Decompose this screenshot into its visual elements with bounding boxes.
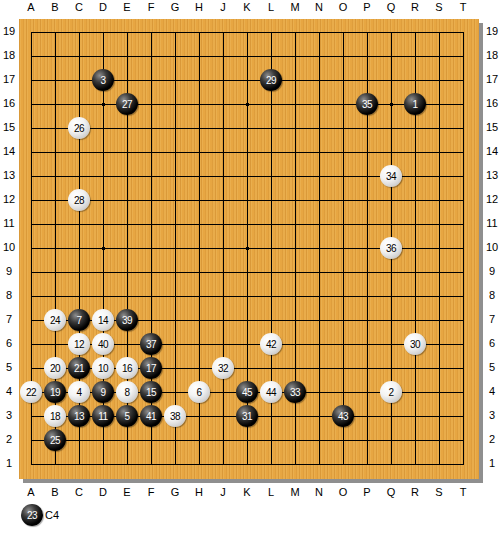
black-stone-3-D17[interactable]: 3 [92,69,114,91]
row-label-right-8: 8 [484,289,500,302]
column-label-bottom-K: K [235,486,259,499]
white-stone-28-C12[interactable]: 28 [68,189,90,211]
stone-move-number: 26 [74,123,84,134]
row-label-left-16: 16 [0,97,18,110]
column-label-top-K: K [235,1,259,14]
stone-move-number: 12 [74,339,84,350]
stone-move-number: 17 [146,363,156,374]
stone-move-number: 2 [388,387,393,398]
stone-move-number: 15 [146,387,156,398]
column-label-bottom-H: H [187,486,211,499]
column-label-top-A: A [19,1,43,14]
column-label-top-O: O [331,1,355,14]
column-label-bottom-Q: Q [379,486,403,499]
column-label-bottom-R: R [403,486,427,499]
black-stone-37-F6[interactable]: 37 [140,333,162,355]
row-label-left-4: 4 [0,385,18,398]
column-label-bottom-L: L [259,486,283,499]
stone-move-number: 20 [50,363,60,374]
column-label-top-T: T [451,1,475,14]
row-label-right-6: 6 [484,337,500,350]
column-label-bottom-D: D [91,486,115,499]
row-label-left-18: 18 [0,49,18,62]
stone-move-number: 36 [386,243,396,254]
row-label-right-12: 12 [484,193,500,206]
stone-move-number: 4 [76,387,81,398]
white-stone-38-G3[interactable]: 38 [164,405,186,427]
column-label-top-Q: Q [379,1,403,14]
white-stone-34-Q13[interactable]: 34 [380,165,402,187]
column-label-bottom-G: G [163,486,187,499]
row-label-left-11: 11 [0,217,18,230]
column-label-bottom-J: J [211,486,235,499]
black-stone-43-O3[interactable]: 43 [332,405,354,427]
row-label-left-1: 1 [0,457,18,470]
stone-move-number: 33 [290,387,300,398]
stone-move-number: 22 [26,387,36,398]
row-label-left-13: 13 [0,169,18,182]
column-label-top-N: N [307,1,331,14]
white-stone-30-R6[interactable]: 30 [404,333,426,355]
row-label-left-8: 8 [0,289,18,302]
stone-move-number: 35 [362,99,372,110]
stone-move-number: 19 [50,387,60,398]
row-label-right-9: 9 [484,265,500,278]
stone-move-number: 14 [98,315,108,326]
column-label-bottom-T: T [451,486,475,499]
caption-stone-number: 23 [27,510,37,521]
stone-move-number: 34 [386,171,396,182]
stone-move-number: 44 [266,387,276,398]
row-label-left-14: 14 [0,145,18,158]
row-label-left-3: 3 [0,409,18,422]
star-point-K16 [246,103,249,106]
white-stone-2-Q4[interactable]: 2 [380,381,402,403]
white-stone-14-D7[interactable]: 14 [92,309,114,331]
row-label-left-19: 19 [0,25,18,38]
row-label-left-12: 12 [0,193,18,206]
stone-move-number: 28 [74,195,84,206]
stone-move-number: 13 [74,411,84,422]
row-label-right-14: 14 [484,145,500,158]
stone-move-number: 8 [124,387,129,398]
black-stone-11-D3[interactable]: 11 [92,405,114,427]
column-label-top-S: S [427,1,451,14]
stone-move-number: 25 [50,435,60,446]
stone-move-number: 32 [218,363,228,374]
row-label-right-13: 13 [484,169,500,182]
black-stone-39-E7[interactable]: 39 [116,309,138,331]
white-stone-10-D5[interactable]: 10 [92,357,114,379]
stone-move-number: 6 [196,387,201,398]
column-label-bottom-P: P [355,486,379,499]
black-stone-25-B2[interactable]: 25 [44,429,66,451]
black-stone-9-D4[interactable]: 9 [92,381,114,403]
column-label-bottom-A: A [19,486,43,499]
star-point-Q16 [390,103,393,106]
black-stone-1-R16[interactable]: 1 [404,93,426,115]
row-label-right-7: 7 [484,313,500,326]
white-stone-4-C4[interactable]: 4 [68,381,90,403]
black-stone-41-F3[interactable]: 41 [140,405,162,427]
black-stone-27-E16[interactable]: 27 [116,93,138,115]
caption-move-coordinate: C4 [45,508,59,522]
row-label-left-9: 9 [0,265,18,278]
black-stone-45-K4[interactable]: 45 [236,381,258,403]
stone-move-number: 30 [410,339,420,350]
column-label-top-B: B [43,1,67,14]
star-point-D10 [102,247,105,250]
black-stone-29-L17[interactable]: 29 [260,69,282,91]
stone-move-number: 11 [98,411,107,422]
row-label-right-16: 16 [484,97,500,110]
column-label-top-M: M [283,1,307,14]
white-stone-36-Q10[interactable]: 36 [380,237,402,259]
black-stone-5-E3[interactable]: 5 [116,405,138,427]
stone-move-number: 18 [50,411,60,422]
row-label-left-5: 5 [0,361,18,374]
black-stone-17-F5[interactable]: 17 [140,357,162,379]
stone-move-number: 40 [98,339,108,350]
column-label-top-R: R [403,1,427,14]
stone-move-number: 31 [242,411,252,422]
column-label-top-G: G [163,1,187,14]
column-label-top-J: J [211,1,235,14]
star-point-D16 [102,103,105,106]
caption-stone-black-23: 23 [21,504,43,526]
white-stone-44-L4[interactable]: 44 [260,381,282,403]
black-stone-15-F4[interactable]: 15 [140,381,162,403]
stone-move-number: 39 [122,315,132,326]
stone-move-number: 10 [98,363,108,374]
white-stone-6-H4[interactable]: 6 [188,381,210,403]
column-label-bottom-O: O [331,486,355,499]
stone-move-number: 42 [266,339,276,350]
go-diagram: 23 C4 AABBCCDDEEFFGGHHJJKKLLMMNNOOPPQQRR… [0,0,500,537]
stone-move-number: 27 [122,99,132,110]
black-stone-21-C5[interactable]: 21 [68,357,90,379]
column-label-top-D: D [91,1,115,14]
stone-move-number: 41 [146,411,156,422]
row-label-left-2: 2 [0,433,18,446]
column-label-top-C: C [67,1,91,14]
white-stone-18-B3[interactable]: 18 [44,405,66,427]
column-label-bottom-M: M [283,486,307,499]
column-label-top-E: E [115,1,139,14]
column-label-bottom-F: F [139,486,163,499]
row-label-right-15: 15 [484,121,500,134]
column-label-bottom-B: B [43,486,67,499]
stone-move-number: 37 [146,339,156,350]
black-stone-19-B4[interactable]: 19 [44,381,66,403]
stone-move-number: 7 [76,315,81,326]
black-stone-7-C7[interactable]: 7 [68,309,90,331]
black-stone-35-P16[interactable]: 35 [356,93,378,115]
row-label-right-19: 19 [484,25,500,38]
stone-move-number: 3 [100,75,105,86]
row-label-right-17: 17 [484,73,500,86]
column-label-bottom-N: N [307,486,331,499]
row-label-right-3: 3 [484,409,500,422]
black-stone-33-M4[interactable]: 33 [284,381,306,403]
row-label-right-5: 5 [484,361,500,374]
white-stone-20-B5[interactable]: 20 [44,357,66,379]
row-label-right-2: 2 [484,433,500,446]
stone-move-number: 5 [124,411,129,422]
row-label-right-10: 10 [484,241,500,254]
row-label-left-6: 6 [0,337,18,350]
row-label-right-11: 11 [484,217,500,230]
white-stone-8-E4[interactable]: 8 [116,381,138,403]
white-stone-16-E5[interactable]: 16 [116,357,138,379]
column-label-top-P: P [355,1,379,14]
row-label-left-10: 10 [0,241,18,254]
white-stone-24-B7[interactable]: 24 [44,309,66,331]
row-label-left-17: 17 [0,73,18,86]
stone-move-number: 29 [266,75,276,86]
row-label-left-7: 7 [0,313,18,326]
black-stone-13-C3[interactable]: 13 [68,405,90,427]
white-stone-12-C6[interactable]: 12 [68,333,90,355]
star-point-K10 [246,247,249,250]
row-label-left-15: 15 [0,121,18,134]
row-label-right-4: 4 [484,385,500,398]
white-stone-32-J5[interactable]: 32 [212,357,234,379]
stone-move-number: 1 [412,99,417,110]
stone-move-number: 24 [50,315,60,326]
white-stone-42-L6[interactable]: 42 [260,333,282,355]
stone-move-number: 45 [242,387,252,398]
stone-move-number: 16 [122,363,132,374]
white-stone-26-C15[interactable]: 26 [68,117,90,139]
row-label-right-18: 18 [484,49,500,62]
column-label-top-L: L [259,1,283,14]
stone-move-number: 9 [100,387,105,398]
column-label-top-H: H [187,1,211,14]
row-label-right-1: 1 [484,457,500,470]
column-label-bottom-E: E [115,486,139,499]
column-label-bottom-C: C [67,486,91,499]
column-label-top-F: F [139,1,163,14]
stone-move-number: 38 [170,411,180,422]
stone-move-number: 21 [74,363,84,374]
white-stone-22-A4[interactable]: 22 [20,381,42,403]
stone-move-number: 43 [338,411,348,422]
column-label-bottom-S: S [427,486,451,499]
black-stone-31-K3[interactable]: 31 [236,405,258,427]
white-stone-40-D6[interactable]: 40 [92,333,114,355]
